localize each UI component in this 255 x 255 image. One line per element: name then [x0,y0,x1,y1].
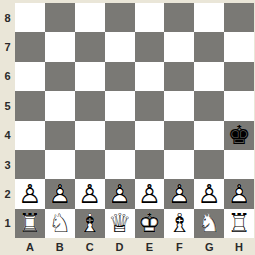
white-bishop[interactable]: ♝♗ [75,209,105,238]
piece-outline-layer: ♗ [75,209,105,238]
white-bishop[interactable]: ♝♗ [164,209,194,238]
square-h7[interactable] [224,32,254,61]
piece-outline-layer: ♙ [75,179,105,208]
white-pawn[interactable]: ♟♙ [164,179,194,208]
file-label-d: D [105,238,135,255]
square-b1[interactable]: ♞♘ [45,209,75,238]
file-label-h: H [224,238,254,255]
square-h1[interactable]: ♜♖ [224,209,254,238]
rank-label-8: 8 [0,3,15,32]
square-h2[interactable]: ♟♙ [224,179,254,208]
square-b7[interactable] [45,32,75,61]
white-knight[interactable]: ♞♘ [45,209,75,238]
square-c1[interactable]: ♝♗ [75,209,105,238]
piece-outline-layer: ♗ [164,209,194,238]
file-label-c: C [75,238,105,255]
white-rook[interactable]: ♜♖ [15,209,45,238]
square-d3[interactable] [105,150,135,179]
white-rook[interactable]: ♜♖ [224,209,254,238]
square-g6[interactable] [194,62,224,91]
file-label-e: E [135,238,165,255]
square-e4[interactable] [135,121,165,150]
white-pawn[interactable]: ♟♙ [224,179,254,208]
piece-outline-layer: ♙ [105,179,135,208]
square-a3[interactable] [15,150,45,179]
square-h5[interactable] [224,91,254,120]
square-c3[interactable] [75,150,105,179]
square-e3[interactable] [135,150,165,179]
square-d6[interactable] [105,62,135,91]
square-g8[interactable] [194,3,224,32]
square-a8[interactable] [15,3,45,32]
square-c7[interactable] [75,32,105,61]
square-g4[interactable] [194,121,224,150]
square-e8[interactable] [135,3,165,32]
square-f8[interactable] [164,3,194,32]
piece-solid-layer: ♚ [224,121,254,150]
rank-label-4: 4 [0,121,15,150]
square-d4[interactable] [105,121,135,150]
square-e2[interactable]: ♟♙ [135,179,165,208]
piece-outline-layer: ♙ [224,179,254,208]
piece-outline-layer: ♙ [194,179,224,208]
white-king[interactable]: ♚♔ [135,209,165,238]
white-pawn[interactable]: ♟♙ [75,179,105,208]
square-d2[interactable]: ♟♙ [105,179,135,208]
square-f2[interactable]: ♟♙ [164,179,194,208]
square-c4[interactable] [75,121,105,150]
white-pawn[interactable]: ♟♙ [105,179,135,208]
square-f7[interactable] [164,32,194,61]
square-d8[interactable] [105,3,135,32]
piece-outline-layer: ♙ [15,179,45,208]
square-g1[interactable]: ♞♘ [194,209,224,238]
file-label-a: A [15,238,45,255]
file-labels: ABCDEFGH [15,238,254,255]
rank-label-1: 1 [0,209,15,238]
file-label-f: F [164,238,194,255]
rank-labels: 87654321 [0,3,15,238]
white-knight[interactable]: ♞♘ [194,209,224,238]
square-b2[interactable]: ♟♙ [45,179,75,208]
rank-label-6: 6 [0,62,15,91]
square-a2[interactable]: ♟♙ [15,179,45,208]
piece-outline-layer: ♘ [45,209,75,238]
square-c2[interactable]: ♟♙ [75,179,105,208]
square-g5[interactable] [194,91,224,120]
rank-label-3: 3 [0,150,15,179]
square-h8[interactable] [224,3,254,32]
square-f1[interactable]: ♝♗ [164,209,194,238]
black-king[interactable]: ♚ [224,121,254,150]
square-c6[interactable] [75,62,105,91]
white-pawn[interactable]: ♟♙ [135,179,165,208]
rank-label-5: 5 [0,91,15,120]
square-d5[interactable] [105,91,135,120]
square-f3[interactable] [164,150,194,179]
square-a4[interactable] [15,121,45,150]
square-f6[interactable] [164,62,194,91]
square-e1[interactable]: ♚♔ [135,209,165,238]
square-g3[interactable] [194,150,224,179]
white-pawn[interactable]: ♟♙ [45,179,75,208]
square-h6[interactable] [224,62,254,91]
square-b8[interactable] [45,3,75,32]
square-a7[interactable] [15,32,45,61]
square-h4[interactable]: ♚ [224,121,254,150]
piece-outline-layer: ♕ [105,209,135,238]
square-e7[interactable] [135,32,165,61]
piece-outline-layer: ♘ [194,209,224,238]
piece-outline-layer: ♙ [135,179,165,208]
square-g7[interactable] [194,32,224,61]
white-pawn[interactable]: ♟♙ [194,179,224,208]
square-b4[interactable] [45,121,75,150]
piece-outline-layer: ♔ [135,209,165,238]
square-b6[interactable] [45,62,75,91]
square-d7[interactable] [105,32,135,61]
chess-board: ♚♟♙♟♙♟♙♟♙♟♙♟♙♟♙♟♙♜♖♞♘♝♗♛♕♚♔♝♗♞♘♜♖ [15,3,254,238]
piece-outline-layer: ♖ [224,209,254,238]
square-f4[interactable] [164,121,194,150]
square-b5[interactable] [45,91,75,120]
rank-label-7: 7 [0,32,15,61]
square-c5[interactable] [75,91,105,120]
square-a1[interactable]: ♜♖ [15,209,45,238]
square-c8[interactable] [75,3,105,32]
square-a6[interactable] [15,62,45,91]
square-d1[interactable]: ♛♕ [105,209,135,238]
rank-label-2: 2 [0,179,15,208]
square-e5[interactable] [135,91,165,120]
square-e6[interactable] [135,62,165,91]
square-a5[interactable] [15,91,45,120]
square-h3[interactable] [224,150,254,179]
file-label-b: B [45,238,75,255]
piece-outline-layer: ♙ [164,179,194,208]
piece-outline-layer: ♙ [45,179,75,208]
square-g2[interactable]: ♟♙ [194,179,224,208]
file-label-g: G [194,238,224,255]
white-pawn[interactable]: ♟♙ [15,179,45,208]
square-f5[interactable] [164,91,194,120]
white-queen[interactable]: ♛♕ [105,209,135,238]
square-b3[interactable] [45,150,75,179]
chess-board-container: 87654321 ♚♟♙♟♙♟♙♟♙♟♙♟♙♟♙♟♙♜♖♞♘♝♗♛♕♚♔♝♗♞♘… [0,0,255,255]
piece-outline-layer: ♖ [15,209,45,238]
